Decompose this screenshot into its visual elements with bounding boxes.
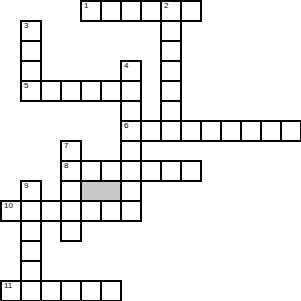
crossword-cell[interactable] (40, 280, 62, 301)
crossword-cell[interactable] (120, 100, 142, 122)
crossword-cell[interactable] (120, 80, 142, 102)
crossword-cell[interactable] (20, 220, 42, 242)
clue-number: 3 (24, 22, 28, 31)
clue-number: 6 (124, 122, 128, 131)
crossword-cell[interactable] (140, 120, 162, 142)
clue-number: 1 (84, 2, 88, 11)
crossword-cell[interactable] (120, 160, 142, 182)
crossword-cell[interactable] (160, 120, 182, 142)
crossword-cell[interactable] (160, 20, 182, 42)
crossword-cell[interactable] (160, 80, 182, 102)
crossword-cell[interactable] (20, 280, 42, 301)
crossword-cell[interactable] (140, 160, 162, 182)
crossword-cell[interactable] (160, 60, 182, 82)
crossword-cell[interactable] (180, 160, 202, 182)
crossword-cell[interactable] (120, 180, 142, 202)
crossword-cell[interactable] (20, 60, 42, 82)
crossword-cell[interactable] (220, 120, 242, 142)
crossword-cell[interactable] (20, 200, 42, 222)
crossword-cell[interactable] (20, 240, 42, 262)
crossword-cell[interactable]: 1 (80, 0, 102, 22)
crossword-cell[interactable] (60, 280, 82, 301)
shaded-cell-block (80, 180, 122, 202)
crossword-cell[interactable] (120, 200, 142, 222)
clue-number: 10 (4, 202, 13, 211)
crossword-cell[interactable] (100, 160, 122, 182)
crossword-cell[interactable] (180, 120, 202, 142)
crossword-cell[interactable] (180, 0, 202, 22)
crossword-cell[interactable]: 5 (20, 80, 42, 102)
crossword-cell[interactable] (160, 40, 182, 62)
clue-number: 8 (64, 162, 68, 171)
crossword-cell[interactable] (160, 160, 182, 182)
crossword-cell[interactable] (120, 0, 142, 22)
crossword-cell[interactable] (60, 180, 82, 202)
crossword-cell[interactable] (80, 160, 102, 182)
clue-number: 2 (164, 2, 168, 11)
crossword-cell[interactable] (80, 80, 102, 102)
crossword-cell[interactable]: 4 (120, 60, 142, 82)
clue-number: 5 (24, 82, 28, 91)
crossword-cell[interactable] (80, 280, 102, 301)
crossword-cell[interactable] (100, 0, 122, 22)
clue-number: 9 (24, 182, 28, 191)
crossword-cell[interactable] (60, 200, 82, 222)
crossword-cell[interactable] (120, 140, 142, 162)
crossword-cell[interactable] (160, 100, 182, 122)
crossword-cell[interactable] (80, 200, 102, 222)
crossword-cell[interactable] (100, 200, 122, 222)
crossword-cell[interactable] (40, 80, 62, 102)
clue-number: 11 (4, 282, 12, 291)
crossword-cell[interactable] (280, 120, 301, 142)
crossword-cell[interactable] (60, 80, 82, 102)
crossword-cell[interactable]: 2 (160, 0, 182, 22)
crossword-cell[interactable] (260, 120, 282, 142)
crossword-cell[interactable]: 10 (0, 200, 22, 222)
crossword-cell[interactable] (40, 200, 62, 222)
crossword-cell[interactable]: 11 (0, 280, 22, 301)
crossword-cell[interactable] (200, 120, 222, 142)
crossword-cell[interactable] (100, 280, 122, 301)
crossword-cell[interactable] (20, 260, 42, 282)
crossword-cell[interactable]: 3 (20, 20, 42, 42)
crossword-cell[interactable]: 8 (60, 160, 82, 182)
crossword-cell[interactable] (240, 120, 262, 142)
crossword-cell[interactable] (20, 40, 42, 62)
crossword-cell[interactable]: 7 (60, 140, 82, 162)
clue-number: 4 (124, 62, 128, 71)
clue-number: 7 (64, 142, 68, 151)
crossword-cell[interactable]: 6 (120, 120, 142, 142)
crossword-cell[interactable] (60, 220, 82, 242)
crossword-cell[interactable] (100, 80, 122, 102)
crossword-grid: 1234567891011 (0, 0, 301, 301)
crossword-cell[interactable]: 9 (20, 180, 42, 202)
crossword-cell[interactable] (140, 0, 162, 22)
